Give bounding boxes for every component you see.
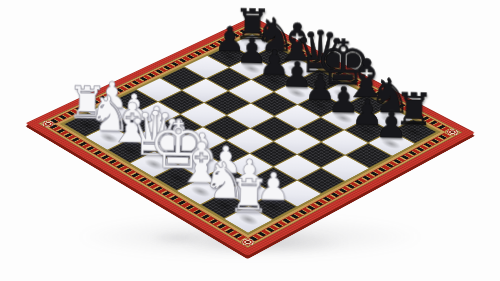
black-pawn-icon: ♟ <box>375 107 408 144</box>
scene: ♜♞♝♛♚♝♞♜♟♟♟♟♟♟♟♟♟♟♟♟♟♟♟♟♜♞♝♛♚♝♞♜ <box>0 0 500 281</box>
chess-board: ♜♞♝♛♚♝♞♜♟♟♟♟♟♟♟♟♟♟♟♟♟♟♟♟♜♞♝♛♚♝♞♜ <box>25 16 475 255</box>
chess-set-photo: ♜♞♝♛♚♝♞♜♟♟♟♟♟♟♟♟♟♟♟♟♟♟♟♟♜♞♝♛♚♝♞♜ <box>0 0 500 281</box>
pieces-layer: ♜♞♝♛♚♝♞♜♟♟♟♟♟♟♟♟♟♟♟♟♟♟♟♟♜♞♝♛♚♝♞♜ <box>64 34 437 232</box>
white-rook-icon: ♜ <box>228 172 270 219</box>
